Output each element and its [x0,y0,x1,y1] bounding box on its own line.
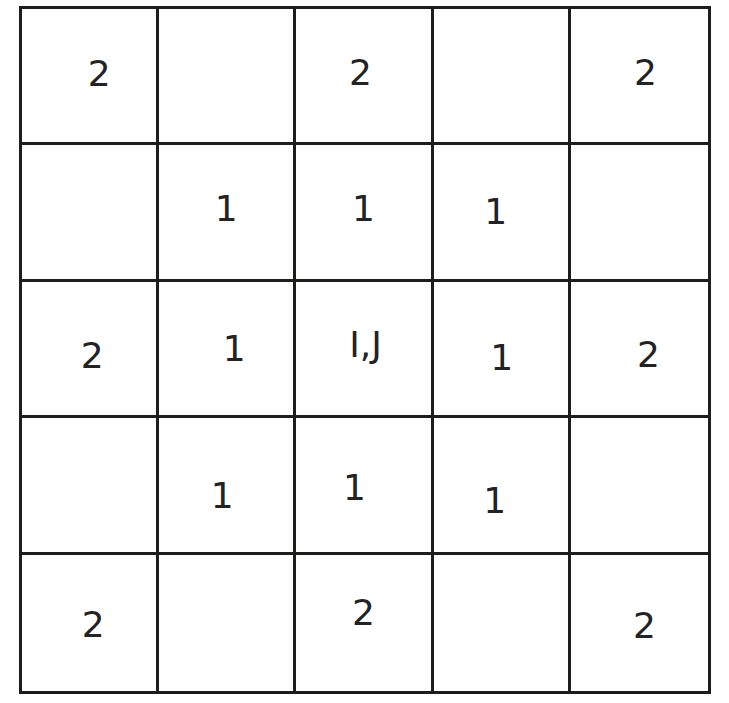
distance-label: 1 [343,470,366,506]
grid-cell [159,555,296,691]
grid-cell: 2 [22,282,159,418]
grid-cell: 1 [159,282,296,418]
distance-label: 2 [81,338,104,374]
distance-label: 2 [88,56,111,92]
distance-label: 2 [82,607,105,643]
distance-label: 1 [223,331,246,367]
grid-cell: 2 [22,555,159,691]
grid-cell [22,145,159,281]
grid-cell [571,418,708,554]
distance-label: 2 [634,55,657,91]
distance-label: 2 [637,337,660,373]
distance-label: 1 [483,483,506,519]
distance-label: 1 [211,478,234,514]
grid-cell: 1 [434,145,571,281]
grid-cell [571,145,708,281]
distance-label: 2 [633,608,656,644]
grid-cell: 2 [296,555,433,691]
grid-cell [22,418,159,554]
grid-cell: 1 [296,418,433,554]
grid-cell: 2 [22,9,159,145]
grid-cell: I,J [296,282,433,418]
distance-label: 1 [352,191,375,227]
grid-cell [434,9,571,145]
grid-cell: 2 [571,555,708,691]
grid-cell: 1 [159,145,296,281]
distance-label: 1 [215,191,238,227]
grid-cell: 2 [571,9,708,145]
center-cell-label: I,J [349,327,382,363]
distance-label: 2 [349,55,372,91]
distance-label: 1 [484,194,507,230]
distance-label: 2 [352,595,375,631]
board-grid: 22211121I,J12111222 [19,6,711,694]
grid-cell [434,555,571,691]
grid-diagram-figure: 22211121I,J12111222 [0,0,729,703]
grid-cell [159,9,296,145]
distance-label: 1 [490,340,513,376]
grid-cell: 1 [434,282,571,418]
grid-cell: 1 [296,145,433,281]
grid-cell: 1 [434,418,571,554]
grid-cell: 2 [296,9,433,145]
grid-cell: 1 [159,418,296,554]
grid-cell: 2 [571,282,708,418]
